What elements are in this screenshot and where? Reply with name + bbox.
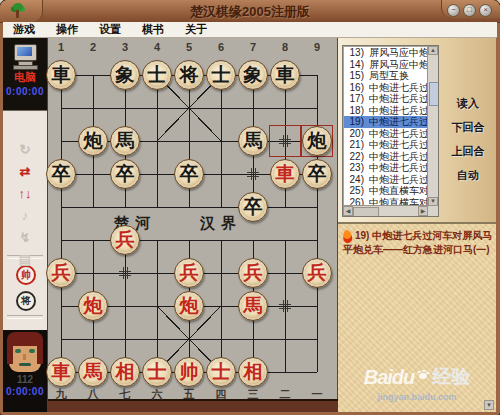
black-piece-p[interactable]: 卒 [110, 159, 140, 189]
undo-move-icon[interactable]: ↻ [3, 143, 47, 157]
opening-list-item[interactable]: 18)中炮进七兵过河车 [344, 105, 428, 117]
file-label-bottom-7: 七 [117, 387, 133, 402]
title-bar[interactable]: 楚汉棋缘2005注册版 − □ × [0, 0, 500, 23]
point-marker [246, 167, 260, 181]
file-label-top-1: 1 [53, 41, 69, 53]
file-label-top-9: 9 [309, 41, 325, 53]
menu-item-3[interactable]: 设置 [99, 22, 121, 37]
human-player-box: 112 0:00:00 [3, 330, 47, 412]
black-piece-p[interactable]: 卒 [238, 192, 268, 222]
red-piece-c[interactable]: 炮 [174, 291, 204, 321]
black-piece-a[interactable]: 士 [142, 60, 172, 90]
close-button[interactable]: × [479, 4, 492, 17]
menu-bar: 游戏操作设置棋书关于 [3, 22, 497, 38]
choose-black-button[interactable]: 将 [16, 291, 36, 311]
scroll-left-arrow[interactable]: ◀ [343, 206, 353, 216]
commentary-line2: 平炮兑车——红方急进河口马(一) [343, 243, 493, 257]
opening-list-item[interactable]: 21)中炮进七兵过河车 [344, 139, 428, 151]
red-piece-n[interactable]: 馬 [78, 357, 108, 387]
file-label-bottom-9: 九 [53, 387, 69, 402]
commentary-text: 19) 中炮进七兵过河车对屏风马 平炮兑车——红方急进河口马(一) [355, 229, 493, 257]
opening-list-item[interactable]: 19)中炮进七兵过河车 [344, 116, 428, 128]
black-piece-n[interactable]: 馬 [238, 126, 268, 156]
baidu-paw-icon [416, 368, 430, 380]
red-piece-p[interactable]: 兵 [302, 258, 332, 288]
list-horizontal-scrollbar[interactable]: ◀ ▶ [343, 205, 428, 216]
opening-list-item[interactable]: 24)中炮进七兵过河车 [344, 174, 428, 186]
sound-icon[interactable]: ♪ [3, 209, 47, 223]
notes-icon[interactable]: ▤ [3, 253, 47, 267]
list-vertical-scrollbar[interactable]: ▲ ▼ [427, 46, 438, 206]
point-marker [278, 134, 292, 148]
baidu-jingyan-text: 经验 [432, 364, 470, 390]
red-piece-b[interactable]: 相 [110, 357, 140, 387]
menu-item-4[interactable]: 棋书 [142, 22, 164, 37]
red-piece-c[interactable]: 炮 [78, 291, 108, 321]
black-piece-a[interactable]: 士 [206, 60, 236, 90]
app-window: 楚汉棋缘2005注册版 − □ × 游戏操作设置棋书关于 电脑 0:00:00 … [0, 0, 500, 415]
file-label-top-5: 5 [181, 41, 197, 53]
black-piece-p[interactable]: 卒 [302, 159, 332, 189]
computer-player-box: 电脑 0:00:00 [3, 38, 47, 110]
swap-sides-icon[interactable]: ⇄ [3, 165, 47, 179]
black-piece-r[interactable]: 車 [270, 60, 300, 90]
red-piece-a[interactable]: 士 [206, 357, 236, 387]
opening-list-item[interactable]: 22)中炮进七兵过河车 [344, 151, 428, 163]
scroll-up-arrow[interactable]: ▲ [428, 46, 438, 55]
point-marker [278, 299, 292, 313]
opening-list-item[interactable]: 15)局型互换 [344, 70, 428, 82]
window-title: 楚汉棋缘2005注册版 [0, 3, 500, 21]
choose-red-button[interactable]: 帅 [16, 265, 36, 285]
red-piece-a[interactable]: 士 [142, 357, 172, 387]
file-label-bottom-8: 八 [85, 387, 101, 402]
red-piece-r[interactable]: 車 [270, 159, 300, 189]
file-label-top-3: 3 [117, 41, 133, 53]
river-label-han: 汉界 [200, 214, 242, 233]
black-piece-n[interactable]: 馬 [110, 126, 140, 156]
file-label-bottom-3: 三 [245, 387, 261, 402]
player-clock: 0:00:00 [3, 386, 47, 397]
restore-button[interactable]: □ [463, 4, 476, 17]
red-piece-r[interactable]: 車 [46, 357, 76, 387]
divider [7, 315, 43, 319]
file-label-bottom-4: 四 [213, 387, 229, 402]
file-label-top-7: 7 [245, 41, 261, 53]
opening-list-item[interactable]: 17)中炮进七兵过河车 [344, 93, 428, 105]
black-piece-c[interactable]: 炮 [78, 126, 108, 156]
commentary-pane: 19) 中炮进七兵过河车对屏风马 平炮兑车——红方急进河口马(一) Baidu … [338, 222, 496, 412]
scroll-right-arrow[interactable]: ▶ [418, 206, 428, 216]
black-piece-r[interactable]: 車 [46, 60, 76, 90]
red-piece-b[interactable]: 相 [238, 357, 268, 387]
red-piece-p[interactable]: 兵 [238, 258, 268, 288]
opening-list-item[interactable]: 20)中炮进七兵过河车 [344, 128, 428, 140]
scroll-thumb[interactable] [429, 82, 439, 106]
red-piece-p[interactable]: 兵 [174, 258, 204, 288]
black-piece-c[interactable]: 炮 [302, 126, 332, 156]
black-piece-p[interactable]: 卒 [46, 159, 76, 189]
scroll-thumb[interactable] [353, 207, 379, 217]
menu-item-1[interactable]: 游戏 [13, 22, 35, 37]
opening-list-item[interactable]: 13)屏风马应中炮过河车 [344, 47, 428, 59]
tool-column: 帅 将 ↻⇄↑↓♪↯▤ [3, 110, 47, 332]
flame-icon [342, 229, 353, 243]
red-piece-k[interactable]: 帅 [174, 357, 204, 387]
commentary-line1: 19) 中炮进七兵过河车对屏风马 [355, 229, 493, 243]
panel-button-2[interactable]: 下回合 [452, 120, 485, 135]
file-label-top-6: 6 [213, 41, 229, 53]
opening-list[interactable]: 13)屏风马应中炮过河车14)屏风马应中炮过河车15)局型互换16)中炮进七兵过… [342, 45, 439, 217]
minimize-button[interactable]: − [447, 4, 460, 17]
black-piece-p[interactable]: 卒 [174, 159, 204, 189]
panel-button-3[interactable]: 上回合 [452, 144, 485, 159]
move-order-icon[interactable]: ↑↓ [3, 187, 47, 201]
computer-icon [12, 44, 38, 68]
commentary-scroll-arrow[interactable]: ▼ [484, 400, 494, 410]
opening-list-item[interactable]: 23)中炮进七兵过河车 [344, 162, 428, 174]
main-content: 电脑 0:00:00 帅 将 ↻⇄↑↓♪↯▤ 112 0:00:00 楚河 [3, 38, 497, 412]
board-grid [48, 38, 338, 412]
player-name: 112 [3, 374, 47, 385]
scroll-down-arrow[interactable]: ▼ [428, 197, 438, 206]
opening-list-item[interactable]: 25)中炮直横车对屏风 [344, 185, 428, 197]
baidu-logo-text: Baidu [364, 366, 415, 389]
watermark-url: jingyan.baidu.com [338, 392, 496, 402]
opening-list-item[interactable]: 14)屏风马应中炮过河车 [344, 59, 428, 71]
black-piece-b[interactable]: 象 [238, 60, 268, 90]
file-label-bottom-5: 五 [181, 387, 197, 402]
player-avatar [9, 334, 41, 372]
computer-label: 电脑 [3, 70, 47, 85]
opening-list-item[interactable]: 16)中炮进七兵过河车 [344, 82, 428, 94]
point-marker [118, 266, 132, 280]
scrollbar-corner [428, 206, 438, 216]
file-label-top-8: 8 [277, 41, 293, 53]
black-piece-b[interactable]: 象 [110, 60, 140, 90]
file-label-top-4: 4 [149, 41, 165, 53]
xiangqi-board[interactable]: 楚河 汉界 123456789九八七六五四三二一車象士将士象車炮馬馬炮卒卒卒車卒… [48, 38, 338, 412]
file-label-bottom-1: 一 [309, 387, 325, 402]
menu-item-5[interactable]: 关于 [185, 22, 207, 37]
panel-button-1[interactable]: 读入 [457, 96, 479, 111]
left-toolbar: 电脑 0:00:00 帅 将 ↻⇄↑↓♪↯▤ 112 0:00:00 [3, 38, 48, 412]
panel-button-4[interactable]: 自动 [457, 168, 479, 183]
red-piece-n[interactable]: 馬 [238, 291, 268, 321]
baidu-watermark: Baidu 经验 jingyan.baidu.com [338, 364, 496, 402]
red-piece-p[interactable]: 兵 [110, 225, 140, 255]
menu-item-2[interactable]: 操作 [56, 22, 78, 37]
black-piece-k[interactable]: 将 [174, 60, 204, 90]
file-label-bottom-6: 六 [149, 387, 165, 402]
right-panel: 13)屏风马应中炮过河车14)屏风马应中炮过河车15)局型互换16)中炮进七兵过… [338, 38, 496, 412]
panel-buttons: 读入下回合上回合自动 [440, 96, 496, 183]
lightning-icon[interactable]: ↯ [3, 231, 47, 245]
file-label-bottom-2: 二 [277, 387, 293, 402]
computer-clock: 0:00:00 [3, 86, 47, 97]
file-label-top-2: 2 [85, 41, 101, 53]
red-piece-p[interactable]: 兵 [46, 258, 76, 288]
